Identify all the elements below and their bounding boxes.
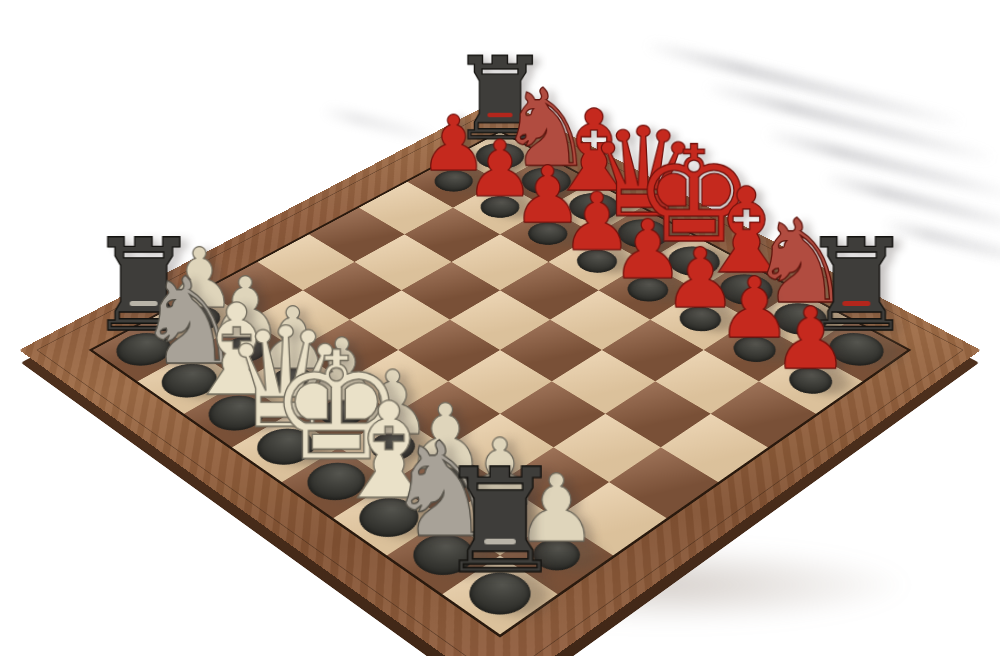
- pieces-layer: ♜♞♝♛♚♝♞♜♟♟♟♟♟♟♟♟♟♟♟♟♟♟♟♟♜♞♝♛♚♝♞♜: [19, 98, 981, 656]
- chess-set-photo: ♜♞♝♛♚♝♞♜♟♟♟♟♟♟♟♟♟♟♟♟♟♟♟♟♜♞♝♛♚♝♞♜: [0, 0, 1000, 656]
- scene: ♜♞♝♛♚♝♞♜♟♟♟♟♟♟♟♟♟♟♟♟♟♟♟♟♜♞♝♛♚♝♞♜: [0, 0, 1000, 656]
- chessboard: ♜♞♝♛♚♝♞♜♟♟♟♟♟♟♟♟♟♟♟♟♟♟♟♟♜♞♝♛♚♝♞♜: [19, 98, 981, 656]
- pawn-glyph: ♟: [729, 296, 892, 381]
- rook-glyph: ♜: [409, 449, 590, 594]
